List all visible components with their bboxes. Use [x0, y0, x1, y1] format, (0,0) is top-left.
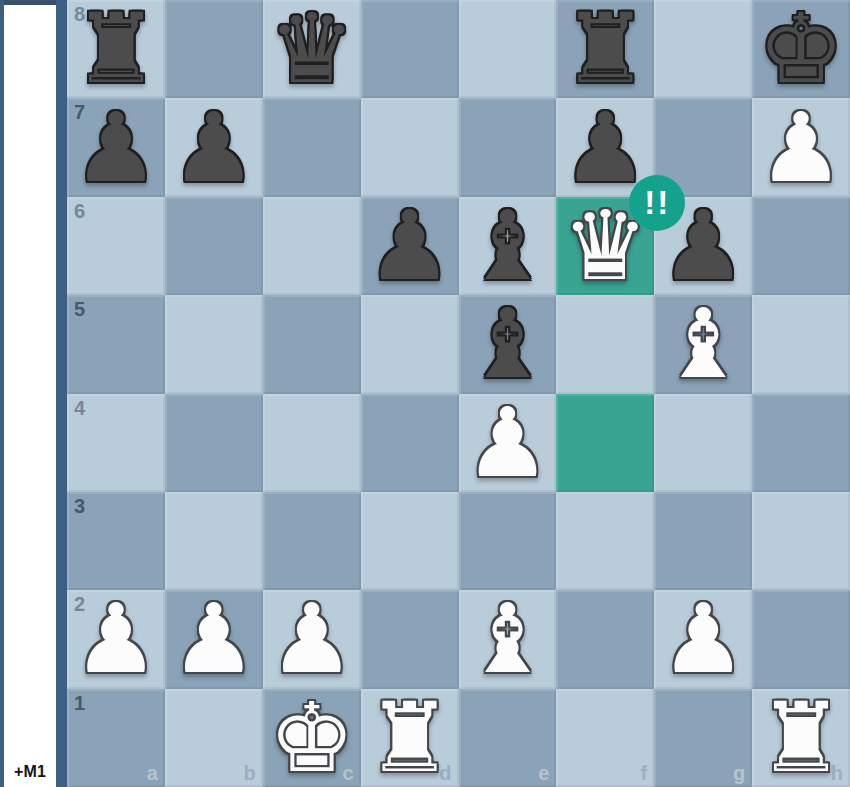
file-label-g: g: [733, 762, 745, 785]
square-e7[interactable]: [459, 98, 557, 196]
square-d4[interactable]: [361, 394, 459, 492]
square-a6[interactable]: 6: [67, 197, 165, 295]
square-h3[interactable]: [752, 492, 850, 590]
square-a2[interactable]: 2♟: [67, 590, 165, 688]
rank-label-4: 4: [74, 397, 85, 420]
square-d2[interactable]: [361, 590, 459, 688]
square-e3[interactable]: [459, 492, 557, 590]
square-e1[interactable]: e: [459, 689, 557, 787]
square-b2[interactable]: ♟: [165, 590, 263, 688]
square-h8[interactable]: ♚: [752, 0, 850, 98]
square-a5[interactable]: 5: [67, 295, 165, 393]
square-f4[interactable]: [556, 394, 654, 492]
evaluation-bar: +M1: [0, 0, 67, 787]
square-b7[interactable]: ♟: [165, 98, 263, 196]
square-a1[interactable]: 1a: [67, 689, 165, 787]
square-c1[interactable]: c♚: [263, 689, 361, 787]
square-b4[interactable]: [165, 394, 263, 492]
square-a7[interactable]: 7♟: [67, 98, 165, 196]
square-f3[interactable]: [556, 492, 654, 590]
square-g4[interactable]: [654, 394, 752, 492]
file-label-a: a: [147, 762, 158, 785]
square-c5[interactable]: [263, 295, 361, 393]
file-label-e: e: [538, 762, 549, 785]
square-c7[interactable]: [263, 98, 361, 196]
piece-black-pawn-a7[interactable]: ♟: [67, 98, 165, 196]
square-e2[interactable]: ♝: [459, 590, 557, 688]
piece-black-rook-a8[interactable]: ♜: [67, 0, 165, 98]
square-a8[interactable]: 8♜: [67, 0, 165, 98]
square-e6[interactable]: ♝: [459, 197, 557, 295]
square-h7[interactable]: ♟: [752, 98, 850, 196]
square-g3[interactable]: [654, 492, 752, 590]
eval-white-portion: +M1: [4, 5, 56, 787]
square-b6[interactable]: [165, 197, 263, 295]
piece-white-pawn-a2[interactable]: ♟: [67, 590, 165, 688]
square-f1[interactable]: f: [556, 689, 654, 787]
piece-white-king-c1[interactable]: ♚: [263, 689, 361, 787]
square-b8[interactable]: [165, 0, 263, 98]
square-a4[interactable]: 4: [67, 394, 165, 492]
square-c3[interactable]: [263, 492, 361, 590]
piece-black-pawn-b7[interactable]: ♟: [165, 98, 263, 196]
piece-black-bishop-e5[interactable]: ♝: [459, 295, 557, 393]
piece-white-pawn-h7[interactable]: ♟: [752, 98, 850, 196]
piece-white-bishop-g5[interactable]: ♝: [654, 295, 752, 393]
piece-white-bishop-e2[interactable]: ♝: [459, 590, 557, 688]
chess-board: 8♜♛♜♚7♟♟♟♟6♟♝♛!!♟5♝♝4♟32♟♟♟♝♟1abc♚d♜efgh…: [67, 0, 850, 787]
square-c6[interactable]: [263, 197, 361, 295]
square-h5[interactable]: [752, 295, 850, 393]
square-e4[interactable]: ♟: [459, 394, 557, 492]
square-f8[interactable]: ♜: [556, 0, 654, 98]
piece-white-pawn-b2[interactable]: ♟: [165, 590, 263, 688]
square-d6[interactable]: ♟: [361, 197, 459, 295]
piece-black-queen-c8[interactable]: ♛: [263, 0, 361, 98]
piece-white-rook-d1[interactable]: ♜: [361, 689, 459, 787]
piece-white-pawn-g2[interactable]: ♟: [654, 590, 752, 688]
square-a3[interactable]: 3: [67, 492, 165, 590]
square-d5[interactable]: [361, 295, 459, 393]
square-f2[interactable]: [556, 590, 654, 688]
square-f6[interactable]: ♛!!: [556, 197, 654, 295]
file-label-b: b: [244, 762, 256, 785]
brilliant-move-badge: !!: [629, 175, 685, 231]
piece-white-pawn-e4[interactable]: ♟: [459, 394, 557, 492]
eval-score-label: +M1: [4, 763, 56, 781]
square-f5[interactable]: [556, 295, 654, 393]
file-label-f: f: [641, 762, 648, 785]
square-h1[interactable]: h♜: [752, 689, 850, 787]
square-d1[interactable]: d♜: [361, 689, 459, 787]
square-b5[interactable]: [165, 295, 263, 393]
square-e5[interactable]: ♝: [459, 295, 557, 393]
square-h6[interactable]: [752, 197, 850, 295]
piece-black-rook-f8[interactable]: ♜: [556, 0, 654, 98]
square-g5[interactable]: ♝: [654, 295, 752, 393]
piece-black-king-h8[interactable]: ♚: [752, 0, 850, 98]
rank-label-3: 3: [74, 495, 85, 518]
chess-game-screen: +M1 8♜♛♜♚7♟♟♟♟6♟♝♛!!♟5♝♝4♟32♟♟♟♝♟1abc♚d♜…: [0, 0, 850, 787]
square-c2[interactable]: ♟: [263, 590, 361, 688]
rank-label-5: 5: [74, 298, 85, 321]
square-g2[interactable]: ♟: [654, 590, 752, 688]
square-b3[interactable]: [165, 492, 263, 590]
square-h2[interactable]: [752, 590, 850, 688]
square-g1[interactable]: g: [654, 689, 752, 787]
square-d8[interactable]: [361, 0, 459, 98]
piece-white-rook-h1[interactable]: ♜: [752, 689, 850, 787]
square-c4[interactable]: [263, 394, 361, 492]
piece-black-bishop-e6[interactable]: ♝: [459, 197, 557, 295]
square-h4[interactable]: [752, 394, 850, 492]
square-e8[interactable]: [459, 0, 557, 98]
square-g8[interactable]: [654, 0, 752, 98]
piece-black-pawn-d6[interactable]: ♟: [361, 197, 459, 295]
square-b1[interactable]: b: [165, 689, 263, 787]
square-d3[interactable]: [361, 492, 459, 590]
piece-white-pawn-c2[interactable]: ♟: [263, 590, 361, 688]
rank-label-1: 1: [74, 692, 85, 715]
square-d7[interactable]: [361, 98, 459, 196]
square-c8[interactable]: ♛: [263, 0, 361, 98]
